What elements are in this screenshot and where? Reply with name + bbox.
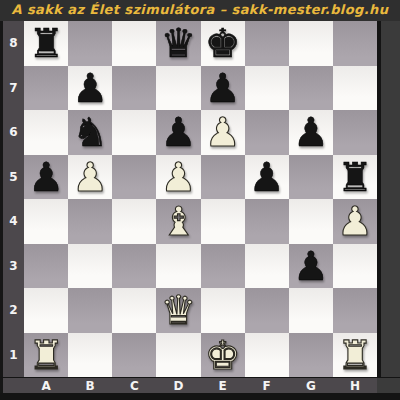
black-pawn-a5[interactable]: ♟ [28,157,64,197]
square-h7[interactable] [333,66,377,111]
rank-label-2: 2 [3,288,24,333]
square-d6[interactable]: ♟ [156,110,200,155]
square-e4[interactable] [201,199,245,244]
square-b4[interactable] [68,199,112,244]
file-label-d: D [156,378,200,393]
white-pawn-h4[interactable]: ♟ [337,201,373,241]
square-g6[interactable]: ♟ [289,110,333,155]
square-d4[interactable]: ♝ [156,199,200,244]
file-strip: ABCDEFGH [0,378,400,393]
square-a4[interactable] [24,199,68,244]
square-e3[interactable] [201,244,245,289]
white-pawn-d5[interactable]: ♟ [161,157,197,197]
rank-label-1: 1 [3,333,24,378]
white-pawn-e6[interactable]: ♟ [205,112,241,152]
square-f7[interactable] [245,66,289,111]
square-a7[interactable] [24,66,68,111]
square-g4[interactable] [289,199,333,244]
bottom-left-corner [0,378,24,393]
bottom-border-bar [0,393,400,400]
square-b5[interactable]: ♟ [68,155,112,200]
rank-label-3: 3 [3,244,24,289]
square-b3[interactable] [68,244,112,289]
rank-label-7: 7 [3,66,24,111]
square-a1[interactable]: ♜ [24,333,68,378]
square-g7[interactable] [289,66,333,111]
square-f4[interactable] [245,199,289,244]
white-bishop-d4[interactable]: ♝ [161,201,197,241]
square-g5[interactable] [289,155,333,200]
square-b2[interactable] [68,288,112,333]
square-d7[interactable] [156,66,200,111]
file-label-b: B [68,378,112,393]
square-f6[interactable] [245,110,289,155]
chess-board[interactable]: ♜♛♚♟♟♞♟♟♟♟♟♟♟♜♝♟♟♛♜♚♜ [24,21,377,377]
square-b6[interactable]: ♞ [68,110,112,155]
square-h6[interactable] [333,110,377,155]
board-bottom-strip: ABCDEFGH [0,377,400,400]
square-b7[interactable]: ♟ [68,66,112,111]
square-h1[interactable]: ♜ [333,333,377,378]
square-d1[interactable] [156,333,200,378]
square-b8[interactable] [68,21,112,66]
board-right-margin [377,21,400,377]
square-e5[interactable] [201,155,245,200]
square-g2[interactable] [289,288,333,333]
square-c3[interactable] [112,244,156,289]
square-e6[interactable]: ♟ [201,110,245,155]
square-a3[interactable] [24,244,68,289]
black-knight-b6[interactable]: ♞ [72,112,108,152]
square-h8[interactable] [333,21,377,66]
square-a6[interactable] [24,110,68,155]
square-d8[interactable]: ♛ [156,21,200,66]
black-rook-a8[interactable]: ♜ [28,23,64,63]
square-a2[interactable] [24,288,68,333]
square-c8[interactable] [112,21,156,66]
rank-label-4: 4 [3,199,24,244]
square-f8[interactable] [245,21,289,66]
black-pawn-d6[interactable]: ♟ [161,112,197,152]
rank-labels: 87654321 [0,21,24,377]
square-g3[interactable]: ♟ [289,244,333,289]
file-label-g: G [289,378,333,393]
square-h2[interactable] [333,288,377,333]
black-pawn-f5[interactable]: ♟ [249,157,285,197]
board-area: 87654321 ♜♛♚♟♟♞♟♟♟♟♟♟♟♜♝♟♟♛♜♚♜ [0,21,400,377]
rank-label-5: 5 [3,155,24,200]
rank-label-6: 6 [3,110,24,155]
white-king-e1[interactable]: ♚ [205,335,241,375]
square-f5[interactable]: ♟ [245,155,289,200]
rank-label-8: 8 [3,21,24,66]
square-e1[interactable]: ♚ [201,333,245,378]
file-label-c: C [112,378,156,393]
white-pawn-b5[interactable]: ♟ [72,157,108,197]
black-queen-d8[interactable]: ♛ [161,23,197,63]
file-label-f: F [245,378,289,393]
square-a8[interactable]: ♜ [24,21,68,66]
square-c4[interactable] [112,199,156,244]
bottom-right-corner [377,378,400,393]
file-label-h: H [333,378,377,393]
square-h5[interactable]: ♜ [333,155,377,200]
square-c1[interactable] [112,333,156,378]
square-e2[interactable] [201,288,245,333]
square-a5[interactable]: ♟ [24,155,68,200]
square-c7[interactable] [112,66,156,111]
square-e8[interactable]: ♚ [201,21,245,66]
black-pawn-e7[interactable]: ♟ [205,68,241,108]
square-f1[interactable] [245,333,289,378]
square-f2[interactable] [245,288,289,333]
black-pawn-b7[interactable]: ♟ [72,68,108,108]
square-h4[interactable]: ♟ [333,199,377,244]
square-d3[interactable] [156,244,200,289]
square-c5[interactable] [112,155,156,200]
square-h3[interactable] [333,244,377,289]
file-labels: ABCDEFGH [24,378,377,393]
white-rook-h1[interactable]: ♜ [337,335,373,375]
square-d5[interactable]: ♟ [156,155,200,200]
file-label-e: E [201,378,245,393]
white-rook-a1[interactable]: ♜ [28,335,64,375]
square-c6[interactable] [112,110,156,155]
square-d2[interactable]: ♛ [156,288,200,333]
black-pawn-g3[interactable]: ♟ [293,246,329,286]
white-queen-d2[interactable]: ♛ [161,290,197,330]
square-g1[interactable] [289,333,333,378]
page-title: A sakk az Élet szimulátora – sakk-mester… [0,0,400,21]
square-g8[interactable] [289,21,333,66]
file-label-a: A [24,378,68,393]
square-f3[interactable] [245,244,289,289]
square-c2[interactable] [112,288,156,333]
black-rook-h5[interactable]: ♜ [337,157,373,197]
chess-app-window: A sakk az Élet szimulátora – sakk-mester… [0,0,400,400]
square-e7[interactable]: ♟ [201,66,245,111]
square-b1[interactable] [68,333,112,378]
black-pawn-g6[interactable]: ♟ [293,112,329,152]
black-king-e8[interactable]: ♚ [205,23,241,63]
